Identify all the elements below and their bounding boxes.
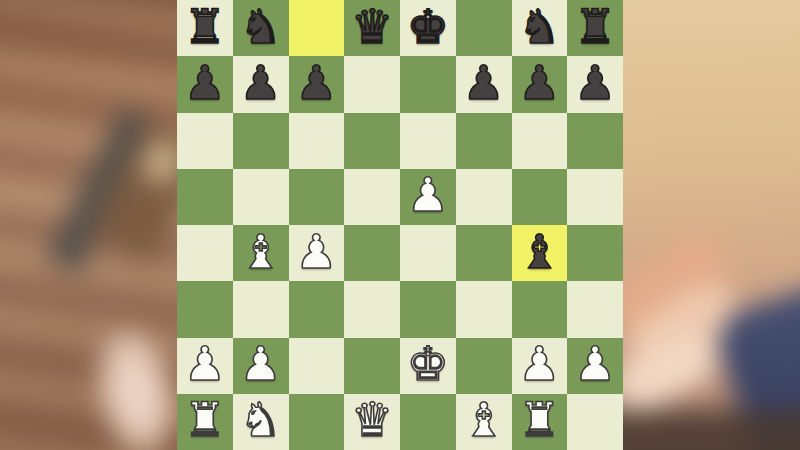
square-b7[interactable]: ♟: [233, 56, 289, 112]
black-pawn[interactable]: ♟: [574, 59, 616, 106]
square-f8[interactable]: [456, 0, 512, 56]
square-d1[interactable]: ♛: [344, 394, 400, 450]
square-d4[interactable]: [344, 225, 400, 281]
white-bishop[interactable]: ♝: [240, 228, 282, 275]
square-d7[interactable]: [344, 56, 400, 112]
white-pawn[interactable]: ♟: [574, 340, 616, 387]
square-c2[interactable]: [289, 338, 345, 394]
square-a1[interactable]: ♜: [177, 394, 233, 450]
black-rook[interactable]: ♜: [574, 3, 616, 50]
square-b3[interactable]: [233, 281, 289, 337]
square-e5[interactable]: ♟: [400, 169, 456, 225]
square-d2[interactable]: [344, 338, 400, 394]
square-e8[interactable]: ♚: [400, 0, 456, 56]
square-e3[interactable]: [400, 281, 456, 337]
square-e2[interactable]: ♚: [400, 338, 456, 394]
square-h7[interactable]: ♟: [567, 56, 623, 112]
square-d5[interactable]: [344, 169, 400, 225]
white-pawn[interactable]: ♟: [518, 340, 560, 387]
square-f4[interactable]: [456, 225, 512, 281]
square-f7[interactable]: ♟: [456, 56, 512, 112]
black-pawn[interactable]: ♟: [518, 59, 560, 106]
square-c1[interactable]: [289, 394, 345, 450]
square-h6[interactable]: [567, 113, 623, 169]
black-pawn[interactable]: ♟: [184, 59, 226, 106]
square-a5[interactable]: [177, 169, 233, 225]
white-pawn[interactable]: ♟: [184, 340, 226, 387]
square-h8[interactable]: ♜: [567, 0, 623, 56]
square-d6[interactable]: [344, 113, 400, 169]
square-g6[interactable]: [512, 113, 568, 169]
square-d3[interactable]: [344, 281, 400, 337]
black-king[interactable]: ♚: [407, 3, 449, 50]
square-e7[interactable]: [400, 56, 456, 112]
black-pawn[interactable]: ♟: [295, 59, 337, 106]
square-g5[interactable]: [512, 169, 568, 225]
black-pawn[interactable]: ♟: [240, 59, 282, 106]
square-g3[interactable]: [512, 281, 568, 337]
square-a3[interactable]: [177, 281, 233, 337]
square-c8[interactable]: [289, 0, 345, 56]
white-king[interactable]: ♚: [407, 340, 449, 387]
square-f1[interactable]: ♝: [456, 394, 512, 450]
square-a4[interactable]: [177, 225, 233, 281]
app-window: ♜♞♛♚♞♜♟♟♟♟♟♟♟♝♟♝♟♟♚♟♟♜♞♛♝♜: [0, 0, 800, 450]
square-b1[interactable]: ♞: [233, 394, 289, 450]
square-g7[interactable]: ♟: [512, 56, 568, 112]
white-queen[interactable]: ♛: [351, 396, 393, 443]
square-f5[interactable]: [456, 169, 512, 225]
square-g1[interactable]: ♜: [512, 394, 568, 450]
square-h2[interactable]: ♟: [567, 338, 623, 394]
square-c5[interactable]: [289, 169, 345, 225]
chess-board[interactable]: ♜♞♛♚♞♜♟♟♟♟♟♟♟♝♟♝♟♟♚♟♟♜♞♛♝♜: [177, 0, 623, 450]
white-rook[interactable]: ♜: [184, 396, 226, 443]
square-f2[interactable]: [456, 338, 512, 394]
white-knight[interactable]: ♞: [240, 396, 282, 443]
square-c4[interactable]: ♟: [289, 225, 345, 281]
black-rook[interactable]: ♜: [184, 3, 226, 50]
square-f6[interactable]: [456, 113, 512, 169]
square-c3[interactable]: [289, 281, 345, 337]
white-bishop[interactable]: ♝: [463, 396, 505, 443]
white-pawn[interactable]: ♟: [295, 228, 337, 275]
square-a8[interactable]: ♜: [177, 0, 233, 56]
square-d8[interactable]: ♛: [344, 0, 400, 56]
black-knight[interactable]: ♞: [518, 3, 560, 50]
square-e1[interactable]: [400, 394, 456, 450]
square-g8[interactable]: ♞: [512, 0, 568, 56]
square-a6[interactable]: [177, 113, 233, 169]
square-g2[interactable]: ♟: [512, 338, 568, 394]
square-a2[interactable]: ♟: [177, 338, 233, 394]
square-h5[interactable]: [567, 169, 623, 225]
square-g4[interactable]: ♝: [512, 225, 568, 281]
square-b4[interactable]: ♝: [233, 225, 289, 281]
square-f3[interactable]: [456, 281, 512, 337]
black-bishop[interactable]: ♝: [518, 228, 560, 275]
square-b2[interactable]: ♟: [233, 338, 289, 394]
square-b8[interactable]: ♞: [233, 0, 289, 56]
white-rook[interactable]: ♜: [518, 396, 560, 443]
black-queen[interactable]: ♛: [351, 3, 393, 50]
black-knight[interactable]: ♞: [240, 3, 282, 50]
square-b5[interactable]: [233, 169, 289, 225]
square-h3[interactable]: [567, 281, 623, 337]
square-e6[interactable]: [400, 113, 456, 169]
square-e4[interactable]: [400, 225, 456, 281]
white-pawn[interactable]: ♟: [407, 171, 449, 218]
white-pawn[interactable]: ♟: [240, 340, 282, 387]
square-c7[interactable]: ♟: [289, 56, 345, 112]
square-a7[interactable]: ♟: [177, 56, 233, 112]
square-b6[interactable]: [233, 113, 289, 169]
square-h1[interactable]: [567, 394, 623, 450]
square-c6[interactable]: [289, 113, 345, 169]
square-h4[interactable]: [567, 225, 623, 281]
black-pawn[interactable]: ♟: [463, 59, 505, 106]
